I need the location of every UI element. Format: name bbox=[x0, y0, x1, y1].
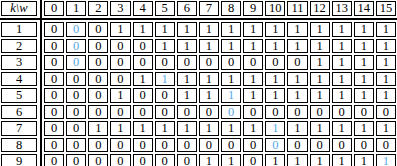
grid-cell: 0 bbox=[177, 138, 197, 153]
grid-cell: 0 bbox=[287, 138, 307, 153]
grid-cell: 1 bbox=[177, 39, 197, 54]
grid-cell: 1 bbox=[199, 121, 219, 136]
grid-cell: 1 bbox=[155, 22, 175, 37]
header-cell: 11 bbox=[287, 1, 307, 16]
grid-cell: 0 bbox=[199, 105, 219, 120]
grid-cell: 1 bbox=[354, 121, 374, 136]
grid-cell: 1 bbox=[376, 121, 396, 136]
grid-cell: 1 bbox=[265, 88, 285, 103]
grid-cell: 1 bbox=[310, 88, 330, 103]
grid-cell: 1 bbox=[376, 154, 396, 166]
grid-cell: 0 bbox=[155, 154, 175, 166]
grid-cell: 1 bbox=[265, 72, 285, 87]
grid-cell: 0 bbox=[66, 88, 86, 103]
grid-cell: 1 bbox=[199, 22, 219, 37]
header-cell: 13 bbox=[332, 1, 352, 16]
grid-cell: 1 bbox=[287, 121, 307, 136]
grid-cell: 1 bbox=[221, 72, 241, 87]
header-cell: 6 bbox=[177, 1, 197, 16]
grid-cell: 0 bbox=[243, 55, 263, 70]
grid-cell: 1 bbox=[155, 121, 175, 136]
grid-cell: 0 bbox=[88, 39, 108, 54]
header-cell: 7 bbox=[199, 1, 219, 16]
grid-cell: 0 bbox=[88, 55, 108, 70]
grid-cell: 1 bbox=[133, 22, 153, 37]
grid-cell: 1 bbox=[354, 88, 374, 103]
grid-cell: 1 bbox=[354, 72, 374, 87]
grid-cell: 0 bbox=[221, 55, 241, 70]
grid-cell: 0 bbox=[110, 72, 130, 87]
header-cell: 5 bbox=[155, 1, 175, 16]
grid-cell: 1 bbox=[354, 22, 374, 37]
row-label: 3 bbox=[1, 55, 37, 70]
grid-cell: 1 bbox=[332, 72, 352, 87]
row-label: 2 bbox=[1, 39, 37, 54]
grid-cell: 0 bbox=[88, 154, 108, 166]
grid-cell: 1 bbox=[177, 72, 197, 87]
grid-cell: 0 bbox=[310, 105, 330, 120]
grid-cell: 1 bbox=[265, 154, 285, 166]
grid-cell: 1 bbox=[221, 39, 241, 54]
grid-cell: 0 bbox=[88, 105, 108, 120]
grid-cell: 1 bbox=[354, 154, 374, 166]
header-cell: 4 bbox=[133, 1, 153, 16]
grid-cell: 1 bbox=[376, 39, 396, 54]
grid-cell: 1 bbox=[177, 121, 197, 136]
row-label: 6 bbox=[1, 105, 37, 120]
grid-cell: 1 bbox=[243, 88, 263, 103]
grid-cell: 0 bbox=[155, 88, 175, 103]
grid-cell: 0 bbox=[88, 88, 108, 103]
grid-cell: 0 bbox=[155, 138, 175, 153]
grid-cell: 0 bbox=[376, 105, 396, 120]
grid-cell: 1 bbox=[199, 72, 219, 87]
grid-cell: 0 bbox=[221, 138, 241, 153]
grid-cell: 1 bbox=[243, 22, 263, 37]
grid-cell: 1 bbox=[376, 72, 396, 87]
grid-cell: 1 bbox=[177, 88, 197, 103]
row-label: 9 bbox=[1, 154, 37, 166]
grid-cell: 0 bbox=[110, 55, 130, 70]
grid-cell: 1 bbox=[287, 39, 307, 54]
grid-cell: 1 bbox=[243, 72, 263, 87]
grid-cell: 0 bbox=[265, 105, 285, 120]
grid-cell: 1 bbox=[110, 121, 130, 136]
grid-cell: 1 bbox=[265, 121, 285, 136]
grid-cell: 0 bbox=[110, 154, 130, 166]
grid-cell: 1 bbox=[133, 72, 153, 87]
grid-cell: 1 bbox=[310, 72, 330, 87]
grid-cell: 0 bbox=[332, 138, 352, 153]
grid-cell: 0 bbox=[44, 105, 64, 120]
grid-cell: 0 bbox=[243, 138, 263, 153]
grid-cell: 1 bbox=[199, 39, 219, 54]
grid-cell: 0 bbox=[199, 138, 219, 153]
grid-cell: 1 bbox=[221, 22, 241, 37]
grid-cell: 0 bbox=[221, 105, 241, 120]
grid-cell: 0 bbox=[110, 39, 130, 54]
grid-cell: 0 bbox=[177, 105, 197, 120]
grid-cell: 0 bbox=[66, 55, 86, 70]
grid-cell: 0 bbox=[177, 154, 197, 166]
grid-cell: 0 bbox=[44, 154, 64, 166]
grid-cell: 0 bbox=[155, 55, 175, 70]
grid-cell: 0 bbox=[66, 22, 86, 37]
grid-cell: 1 bbox=[221, 154, 241, 166]
grid-cell: 0 bbox=[66, 154, 86, 166]
vertical-double-rule bbox=[38, 0, 43, 166]
grid-cell: 0 bbox=[376, 138, 396, 153]
grid-cell: 0 bbox=[133, 55, 153, 70]
grid-cell: 0 bbox=[88, 72, 108, 87]
row-label: 7 bbox=[1, 121, 37, 136]
grid-cell: 0 bbox=[265, 138, 285, 153]
grid-cell: 0 bbox=[155, 105, 175, 120]
grid-cell: 1 bbox=[199, 88, 219, 103]
grid-cell: 0 bbox=[354, 105, 374, 120]
grid-cell: 0 bbox=[66, 138, 86, 153]
grid-cell: 1 bbox=[155, 39, 175, 54]
grid-cell: 1 bbox=[376, 88, 396, 103]
header-cell: 10 bbox=[265, 1, 285, 16]
header-cell: 2 bbox=[88, 1, 108, 16]
grid-cell: 0 bbox=[133, 138, 153, 153]
grid-cell: 1 bbox=[310, 55, 330, 70]
header-cell: 14 bbox=[354, 1, 374, 16]
grid-cell: 0 bbox=[66, 105, 86, 120]
grid-cell: 0 bbox=[44, 39, 64, 54]
grid-cell: 1 bbox=[265, 39, 285, 54]
grid-cell: 0 bbox=[287, 55, 307, 70]
row-label: 4 bbox=[1, 72, 37, 87]
grid-cell: 1 bbox=[221, 88, 241, 103]
grid-cell: 0 bbox=[110, 105, 130, 120]
grid-cell: 1 bbox=[110, 22, 130, 37]
grid-cell: 1 bbox=[332, 88, 352, 103]
grid-cell: 1 bbox=[332, 22, 352, 37]
grid-cell: 1 bbox=[265, 22, 285, 37]
grid-cell: 0 bbox=[133, 105, 153, 120]
grid-cell: 1 bbox=[243, 39, 263, 54]
row-label: 5 bbox=[1, 88, 37, 103]
grid-cell: 0 bbox=[177, 55, 197, 70]
header-cell: 8 bbox=[221, 1, 241, 16]
grid-cell: 1 bbox=[376, 22, 396, 37]
grid-cell: 0 bbox=[66, 72, 86, 87]
header-cell: 1 bbox=[66, 1, 86, 16]
grid-cell: 0 bbox=[354, 138, 374, 153]
grid-cell: 0 bbox=[66, 39, 86, 54]
grid-cell: 1 bbox=[177, 22, 197, 37]
grid-cell: 1 bbox=[287, 22, 307, 37]
grid-cell: 1 bbox=[88, 121, 108, 136]
grid-cell: 0 bbox=[88, 138, 108, 153]
grid-cell: 0 bbox=[66, 121, 86, 136]
grid-cell: 0 bbox=[88, 22, 108, 37]
grid-cell: 0 bbox=[133, 154, 153, 166]
grid-cell: 1 bbox=[310, 121, 330, 136]
grid-cell: 0 bbox=[332, 105, 352, 120]
grid-cell: 0 bbox=[243, 105, 263, 120]
grid-cell: 1 bbox=[376, 55, 396, 70]
grid-cell: 1 bbox=[287, 154, 307, 166]
grid-cell: 1 bbox=[310, 154, 330, 166]
grid-cell: 1 bbox=[310, 39, 330, 54]
grid-cell: 0 bbox=[133, 88, 153, 103]
row-label: 8 bbox=[1, 138, 37, 153]
grid-cell: 1 bbox=[155, 72, 175, 87]
row-label: 1 bbox=[1, 22, 37, 37]
grid-cell: 1 bbox=[287, 72, 307, 87]
grid-cell: 0 bbox=[44, 121, 64, 136]
grid-cell: 1 bbox=[221, 121, 241, 136]
grid-cell: 0 bbox=[44, 22, 64, 37]
grid-cell: 0 bbox=[110, 138, 130, 153]
grid-cell: 1 bbox=[287, 88, 307, 103]
grid-cell: 1 bbox=[354, 55, 374, 70]
grid-cell: 1 bbox=[332, 121, 352, 136]
horizontal-double-rule bbox=[0, 17, 397, 21]
grid-cell: 0 bbox=[310, 138, 330, 153]
header-cell: 12 bbox=[310, 1, 330, 16]
grid-cell: 1 bbox=[332, 55, 352, 70]
grid-cell: 0 bbox=[243, 154, 263, 166]
figure: k\w0123456789101112131415100011111111111… bbox=[0, 0, 397, 166]
grid-cell: 1 bbox=[133, 121, 153, 136]
grid-cell: 0 bbox=[44, 72, 64, 87]
grid-cell: 0 bbox=[44, 138, 64, 153]
grid-cell: 1 bbox=[243, 121, 263, 136]
header-cell: 3 bbox=[110, 1, 130, 16]
dp-table: k\w0123456789101112131415100011111111111… bbox=[0, 0, 397, 166]
header-cell: 0 bbox=[44, 1, 64, 16]
grid-cell: 0 bbox=[265, 55, 285, 70]
grid-cell: 1 bbox=[332, 39, 352, 54]
grid-cell: 1 bbox=[199, 154, 219, 166]
grid-cell: 1 bbox=[310, 22, 330, 37]
corner-label: k\w bbox=[1, 1, 37, 16]
grid-cell: 0 bbox=[133, 39, 153, 54]
grid-cell: 0 bbox=[287, 105, 307, 120]
grid-cell: 0 bbox=[199, 55, 219, 70]
grid-cell: 1 bbox=[110, 88, 130, 103]
grid-cell: 0 bbox=[44, 88, 64, 103]
header-cell: 9 bbox=[243, 1, 263, 16]
grid-cell: 1 bbox=[332, 154, 352, 166]
grid-cell: 1 bbox=[354, 39, 374, 54]
header-cell: 15 bbox=[376, 1, 396, 16]
grid-cell: 0 bbox=[44, 55, 64, 70]
